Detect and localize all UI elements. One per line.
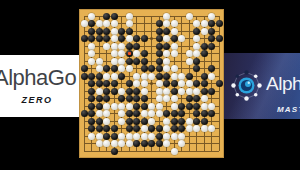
black-stone: [111, 88, 118, 95]
board-cell: [110, 102, 118, 110]
white-stone: [141, 125, 148, 132]
board-cell: [163, 125, 171, 133]
white-stone: [178, 35, 185, 42]
black-stone: [141, 140, 148, 147]
black-stone: [156, 58, 163, 65]
board-cell: [140, 20, 148, 28]
board-cell: [178, 12, 186, 20]
board-cell: [155, 12, 163, 20]
board-cell: [170, 125, 178, 133]
white-stone: [133, 73, 140, 80]
board-cell: [200, 35, 208, 43]
board-cell: [185, 80, 193, 88]
black-stone: [126, 88, 133, 95]
board-cell: [140, 80, 148, 88]
board-cell: [170, 20, 178, 28]
board-cell: [118, 35, 126, 43]
white-stone: [118, 88, 125, 95]
board-cell: [88, 95, 96, 103]
white-stone: [156, 110, 163, 117]
board-cell: [208, 80, 216, 88]
board-cell: [148, 102, 156, 110]
board-cell: [148, 117, 156, 125]
black-stone: [156, 133, 163, 140]
white-stone: [81, 20, 88, 27]
last-move-marker: [128, 52, 131, 55]
black-stone: [133, 103, 140, 110]
white-stone: [103, 73, 110, 80]
white-stone: [193, 43, 200, 50]
black-stone: [118, 35, 125, 42]
board-cell: [163, 87, 171, 95]
black-stone: [201, 88, 208, 95]
board-cell: [208, 27, 216, 35]
board-cell: [140, 147, 148, 155]
board-cell: [133, 110, 141, 118]
white-stone: [171, 65, 178, 72]
board-cell: [163, 95, 171, 103]
board-cell: [110, 20, 118, 28]
white-stone: [96, 140, 103, 147]
white-stone: [163, 88, 170, 95]
board-cell: [185, 20, 193, 28]
board-cell: [125, 80, 133, 88]
white-stone: [88, 13, 95, 20]
board-cell: [215, 20, 223, 28]
black-stone: [171, 118, 178, 125]
board-cell: [88, 57, 96, 65]
alphago-promo-graphic: AlphaGo ZERO AlphaGo MASTER: [0, 0, 300, 170]
board-cell: [95, 57, 103, 65]
white-stone: [133, 50, 140, 57]
board-cell: [125, 35, 133, 43]
board-cell: [125, 72, 133, 80]
black-stone: [133, 95, 140, 102]
black-stone: [141, 35, 148, 42]
white-stone: [126, 133, 133, 140]
white-stone: [118, 65, 125, 72]
board-cell: [95, 132, 103, 140]
white-stone: [186, 80, 193, 87]
board-cell: [140, 42, 148, 50]
board-cell: [148, 95, 156, 103]
black-stone: [81, 73, 88, 80]
white-stone: [118, 118, 125, 125]
white-stone: [178, 88, 185, 95]
white-stone: [88, 43, 95, 50]
black-stone: [171, 35, 178, 42]
board-cell: [133, 27, 141, 35]
board-cell: [200, 95, 208, 103]
board-cell: [200, 147, 208, 155]
board-cell: [193, 12, 201, 20]
board-cell: [170, 42, 178, 50]
board-cell: [185, 95, 193, 103]
board-cell: [163, 102, 171, 110]
board-cell: [163, 117, 171, 125]
board-cell: [200, 117, 208, 125]
white-stone: [156, 88, 163, 95]
black-stone: [156, 50, 163, 57]
board-cell: [163, 27, 171, 35]
black-stone: [186, 95, 193, 102]
white-stone: [118, 103, 125, 110]
board-cell: [193, 132, 201, 140]
board-cell: [215, 35, 223, 43]
board-cell: [178, 65, 186, 73]
board-cell: [110, 117, 118, 125]
board-cell: [200, 140, 208, 148]
white-stone: [171, 148, 178, 155]
board-cell: [170, 110, 178, 118]
board-cell: [178, 102, 186, 110]
white-stone: [118, 58, 125, 65]
board-cell: [185, 102, 193, 110]
board-cell: [140, 117, 148, 125]
board-cell: [80, 95, 88, 103]
board-cell: [200, 80, 208, 88]
black-stone: [96, 80, 103, 87]
board-cell: [178, 35, 186, 43]
black-stone: [118, 95, 125, 102]
board-cell: [193, 110, 201, 118]
board-cell: [163, 80, 171, 88]
black-stone: [133, 140, 140, 147]
black-stone: [126, 110, 133, 117]
black-stone: [126, 58, 133, 65]
white-stone: [156, 95, 163, 102]
black-stone: [163, 110, 170, 117]
board-cell: [133, 140, 141, 148]
white-stone: [148, 103, 155, 110]
black-stone: [148, 140, 155, 147]
black-stone: [111, 13, 118, 20]
board-cell: [215, 132, 223, 140]
white-stone: [111, 140, 118, 147]
board-cell: [125, 50, 133, 58]
board-cell: [110, 110, 118, 118]
board-cell: [208, 147, 216, 155]
board-cell: [215, 72, 223, 80]
black-stone: [126, 43, 133, 50]
white-stone: [118, 110, 125, 117]
board-stones: [80, 12, 223, 155]
board-cell: [193, 125, 201, 133]
board-cell: [215, 117, 223, 125]
go-board[interactable]: [79, 9, 224, 158]
board-cell: [118, 87, 126, 95]
board-cell: [193, 72, 201, 80]
black-stone: [148, 65, 155, 72]
alphago-zero-title: AlphaGo: [0, 65, 80, 91]
board-cell: [140, 72, 148, 80]
white-stone: [148, 73, 155, 80]
white-stone: [126, 140, 133, 147]
white-stone: [193, 125, 200, 132]
board-cell: [110, 12, 118, 20]
board-cell: [125, 140, 133, 148]
black-stone: [171, 88, 178, 95]
board-cell: [185, 57, 193, 65]
white-stone: [126, 13, 133, 20]
board-cell: [88, 50, 96, 58]
board-cell: [140, 57, 148, 65]
white-stone: [126, 20, 133, 27]
white-stone: [103, 103, 110, 110]
board-cell: [170, 140, 178, 148]
board-cell: [133, 87, 141, 95]
black-stone: [126, 95, 133, 102]
white-stone: [96, 58, 103, 65]
black-stone: [141, 65, 148, 72]
board-cell: [88, 80, 96, 88]
board-cell: [110, 80, 118, 88]
white-stone: [96, 65, 103, 72]
board-cell: [200, 110, 208, 118]
board-cell: [80, 57, 88, 65]
alphago-master-panel: AlphaGo MASTER: [221, 53, 300, 119]
board-cell: [148, 20, 156, 28]
board-cell: [208, 57, 216, 65]
board-cell: [95, 50, 103, 58]
board-cell: [140, 65, 148, 73]
board-cell: [88, 102, 96, 110]
black-stone: [96, 73, 103, 80]
board-cell: [155, 102, 163, 110]
board-cell: [163, 132, 171, 140]
white-stone: [111, 28, 118, 35]
board-cell: [125, 27, 133, 35]
board-cell: [170, 117, 178, 125]
board-cell: [118, 42, 126, 50]
board-cell: [95, 147, 103, 155]
board-cell: [170, 65, 178, 73]
board-cell: [193, 42, 201, 50]
board-cell: [125, 125, 133, 133]
black-stone: [133, 35, 140, 42]
board-cell: [193, 95, 201, 103]
white-stone: [163, 20, 170, 27]
black-stone: [156, 65, 163, 72]
black-stone: [193, 118, 200, 125]
board-cell: [110, 50, 118, 58]
alphago-master-title: AlphaGo: [266, 73, 300, 95]
board-cell: [208, 12, 216, 20]
white-stone: [118, 140, 125, 147]
white-stone: [193, 50, 200, 57]
black-stone: [118, 73, 125, 80]
white-stone: [171, 28, 178, 35]
board-cell: [185, 87, 193, 95]
white-stone: [163, 118, 170, 125]
board-cell: [118, 140, 126, 148]
board-cell: [103, 42, 111, 50]
white-stone: [201, 125, 208, 132]
white-stone: [96, 20, 103, 27]
board-cell: [133, 35, 141, 43]
white-stone: [88, 58, 95, 65]
black-stone: [81, 35, 88, 42]
black-stone: [193, 103, 200, 110]
black-stone: [186, 73, 193, 80]
black-stone: [88, 103, 95, 110]
white-stone: [96, 110, 103, 117]
board-cell: [208, 42, 216, 50]
board-cell: [118, 132, 126, 140]
black-stone: [208, 28, 215, 35]
board-cell: [133, 12, 141, 20]
board-cell: [125, 57, 133, 65]
black-stone: [126, 50, 133, 57]
board-cell: [103, 27, 111, 35]
board-cell: [95, 117, 103, 125]
board-cell: [88, 65, 96, 73]
white-stone: [88, 50, 95, 57]
board-cell: [133, 147, 141, 155]
board-cell: [200, 125, 208, 133]
board-cell: [148, 110, 156, 118]
board-cell: [215, 12, 223, 20]
board-cell: [103, 117, 111, 125]
board-cell: [163, 110, 171, 118]
board-cell: [95, 125, 103, 133]
black-stone: [193, 95, 200, 102]
white-stone: [178, 73, 185, 80]
board-cell: [133, 72, 141, 80]
white-stone: [118, 50, 125, 57]
board-cell: [200, 65, 208, 73]
board-cell: [215, 87, 223, 95]
board-cell: [95, 35, 103, 43]
board-cell: [88, 110, 96, 118]
black-stone: [216, 80, 223, 87]
black-stone: [156, 125, 163, 132]
board-cell: [208, 87, 216, 95]
white-stone: [156, 103, 163, 110]
board-cell: [133, 57, 141, 65]
white-stone: [171, 73, 178, 80]
alphago-network-logo-icon: [228, 67, 265, 104]
board-cell: [208, 95, 216, 103]
board-cell: [103, 65, 111, 73]
white-stone: [103, 43, 110, 50]
board-cell: [103, 35, 111, 43]
board-cell: [215, 147, 223, 155]
white-stone: [148, 118, 155, 125]
white-stone: [141, 73, 148, 80]
board-cell: [103, 140, 111, 148]
board-cell: [200, 72, 208, 80]
board-cell: [208, 65, 216, 73]
board-cell: [193, 80, 201, 88]
board-cell: [88, 87, 96, 95]
white-stone: [126, 103, 133, 110]
black-stone: [156, 140, 163, 147]
board-cell: [103, 57, 111, 65]
black-stone: [118, 28, 125, 35]
white-stone: [133, 133, 140, 140]
board-cell: [208, 20, 216, 28]
board-cell: [208, 140, 216, 148]
white-stone: [163, 35, 170, 42]
board-cell: [88, 140, 96, 148]
board-cell: [110, 125, 118, 133]
board-cell: [200, 27, 208, 35]
black-stone: [133, 58, 140, 65]
board-cell: [178, 140, 186, 148]
board-cell: [148, 50, 156, 58]
board-cell: [155, 125, 163, 133]
white-stone: [186, 125, 193, 132]
black-stone: [103, 35, 110, 42]
white-stone: [141, 133, 148, 140]
white-stone: [111, 20, 118, 27]
white-stone: [193, 20, 200, 27]
board-cell: [110, 42, 118, 50]
white-stone: [208, 73, 215, 80]
board-cell: [155, 95, 163, 103]
white-stone: [141, 110, 148, 117]
black-stone: [201, 80, 208, 87]
board-cell: [103, 147, 111, 155]
board-cell: [208, 132, 216, 140]
board-cell: [118, 125, 126, 133]
black-stone: [156, 28, 163, 35]
white-stone: [171, 43, 178, 50]
black-stone: [126, 28, 133, 35]
black-stone: [193, 58, 200, 65]
board-cell: [185, 147, 193, 155]
black-stone: [133, 88, 140, 95]
board-cell: [133, 65, 141, 73]
black-stone: [201, 73, 208, 80]
black-stone: [178, 125, 185, 132]
board-cell: [95, 102, 103, 110]
board-cell: [118, 95, 126, 103]
board-cell: [148, 35, 156, 43]
board-cell: [193, 35, 201, 43]
board-cell: [110, 132, 118, 140]
black-stone: [103, 13, 110, 20]
board-cell: [215, 95, 223, 103]
black-stone: [201, 43, 208, 50]
black-stone: [171, 80, 178, 87]
white-stone: [148, 110, 155, 117]
board-cell: [110, 95, 118, 103]
white-stone: [186, 118, 193, 125]
board-cell: [208, 110, 216, 118]
board-cell: [140, 35, 148, 43]
board-cell: [200, 102, 208, 110]
board-cell: [118, 72, 126, 80]
white-stone: [171, 133, 178, 140]
board-cell: [185, 132, 193, 140]
board-cell: [215, 57, 223, 65]
black-stone: [163, 73, 170, 80]
board-cell: [103, 20, 111, 28]
white-stone: [103, 20, 110, 27]
board-cell: [88, 72, 96, 80]
board-cell: [170, 57, 178, 65]
black-stone: [103, 28, 110, 35]
white-stone: [208, 103, 215, 110]
black-stone: [103, 125, 110, 132]
board-cell: [178, 80, 186, 88]
black-stone: [208, 35, 215, 42]
white-stone: [163, 140, 170, 147]
white-stone: [148, 133, 155, 140]
white-stone: [96, 133, 103, 140]
